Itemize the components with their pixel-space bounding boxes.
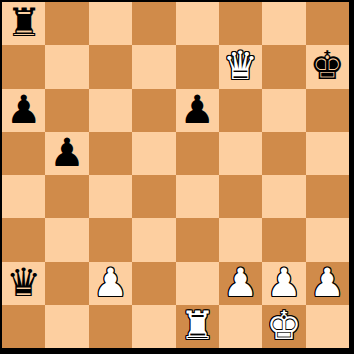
square-f3[interactable] (219, 218, 262, 261)
square-c3[interactable] (89, 218, 132, 261)
square-f1[interactable] (219, 305, 262, 348)
piece-white-king[interactable]: ♚ (266, 306, 301, 345)
square-d5[interactable] (132, 132, 175, 175)
piece-black-king[interactable]: ♚ (310, 46, 345, 85)
square-d7[interactable] (132, 45, 175, 88)
square-a8[interactable]: ♜ (2, 2, 45, 45)
square-b8[interactable] (45, 2, 88, 45)
square-g1[interactable]: ♚ (262, 305, 305, 348)
piece-white-pawn[interactable]: ♟ (93, 263, 128, 302)
square-g6[interactable] (262, 89, 305, 132)
square-f6[interactable] (219, 89, 262, 132)
square-e5[interactable] (176, 132, 219, 175)
piece-white-rook[interactable]: ♜ (180, 306, 215, 345)
square-c1[interactable] (89, 305, 132, 348)
square-e2[interactable] (176, 262, 219, 305)
square-c2[interactable]: ♟ (89, 262, 132, 305)
square-c8[interactable] (89, 2, 132, 45)
piece-black-pawn[interactable]: ♟ (180, 90, 215, 129)
piece-white-queen[interactable]: ♛ (223, 46, 258, 85)
square-d6[interactable] (132, 89, 175, 132)
square-e6[interactable]: ♟ (176, 89, 219, 132)
square-b2[interactable] (45, 262, 88, 305)
square-e3[interactable] (176, 218, 219, 261)
square-h2[interactable]: ♟ (306, 262, 349, 305)
square-b6[interactable] (45, 89, 88, 132)
square-a3[interactable] (2, 218, 45, 261)
square-e8[interactable] (176, 2, 219, 45)
square-a7[interactable] (2, 45, 45, 88)
piece-white-pawn[interactable]: ♟ (266, 263, 301, 302)
square-a6[interactable]: ♟ (2, 89, 45, 132)
square-g7[interactable] (262, 45, 305, 88)
square-f2[interactable]: ♟ (219, 262, 262, 305)
square-a5[interactable] (2, 132, 45, 175)
square-e4[interactable] (176, 175, 219, 218)
square-f5[interactable] (219, 132, 262, 175)
piece-black-rook[interactable]: ♜ (6, 3, 41, 42)
square-d1[interactable] (132, 305, 175, 348)
square-d3[interactable] (132, 218, 175, 261)
square-g4[interactable] (262, 175, 305, 218)
square-d2[interactable] (132, 262, 175, 305)
piece-black-pawn[interactable]: ♟ (6, 90, 41, 129)
piece-black-pawn[interactable]: ♟ (50, 133, 85, 172)
square-h1[interactable] (306, 305, 349, 348)
square-c5[interactable] (89, 132, 132, 175)
square-b7[interactable] (45, 45, 88, 88)
square-b3[interactable] (45, 218, 88, 261)
square-h8[interactable] (306, 2, 349, 45)
square-h5[interactable] (306, 132, 349, 175)
square-b5[interactable]: ♟ (45, 132, 88, 175)
square-e1[interactable]: ♜ (176, 305, 219, 348)
square-h4[interactable] (306, 175, 349, 218)
square-e7[interactable] (176, 45, 219, 88)
square-f7[interactable]: ♛ (219, 45, 262, 88)
piece-white-pawn[interactable]: ♟ (310, 263, 345, 302)
square-b1[interactable] (45, 305, 88, 348)
square-c6[interactable] (89, 89, 132, 132)
piece-black-queen[interactable]: ♛ (6, 263, 41, 302)
square-d8[interactable] (132, 2, 175, 45)
square-h3[interactable] (306, 218, 349, 261)
square-h7[interactable]: ♚ (306, 45, 349, 88)
square-g5[interactable] (262, 132, 305, 175)
square-g8[interactable] (262, 2, 305, 45)
square-g3[interactable] (262, 218, 305, 261)
square-h6[interactable] (306, 89, 349, 132)
chess-board-frame: ♜♛♚♟♟♟♛♟♟♟♟♜♚ (0, 0, 354, 354)
square-a2[interactable]: ♛ (2, 262, 45, 305)
square-c4[interactable] (89, 175, 132, 218)
square-f4[interactable] (219, 175, 262, 218)
square-b4[interactable] (45, 175, 88, 218)
square-c7[interactable] (89, 45, 132, 88)
square-d4[interactable] (132, 175, 175, 218)
square-a1[interactable] (2, 305, 45, 348)
square-a4[interactable] (2, 175, 45, 218)
square-f8[interactable] (219, 2, 262, 45)
piece-white-pawn[interactable]: ♟ (223, 263, 258, 302)
chess-board: ♜♛♚♟♟♟♛♟♟♟♟♜♚ (2, 2, 349, 348)
square-g2[interactable]: ♟ (262, 262, 305, 305)
